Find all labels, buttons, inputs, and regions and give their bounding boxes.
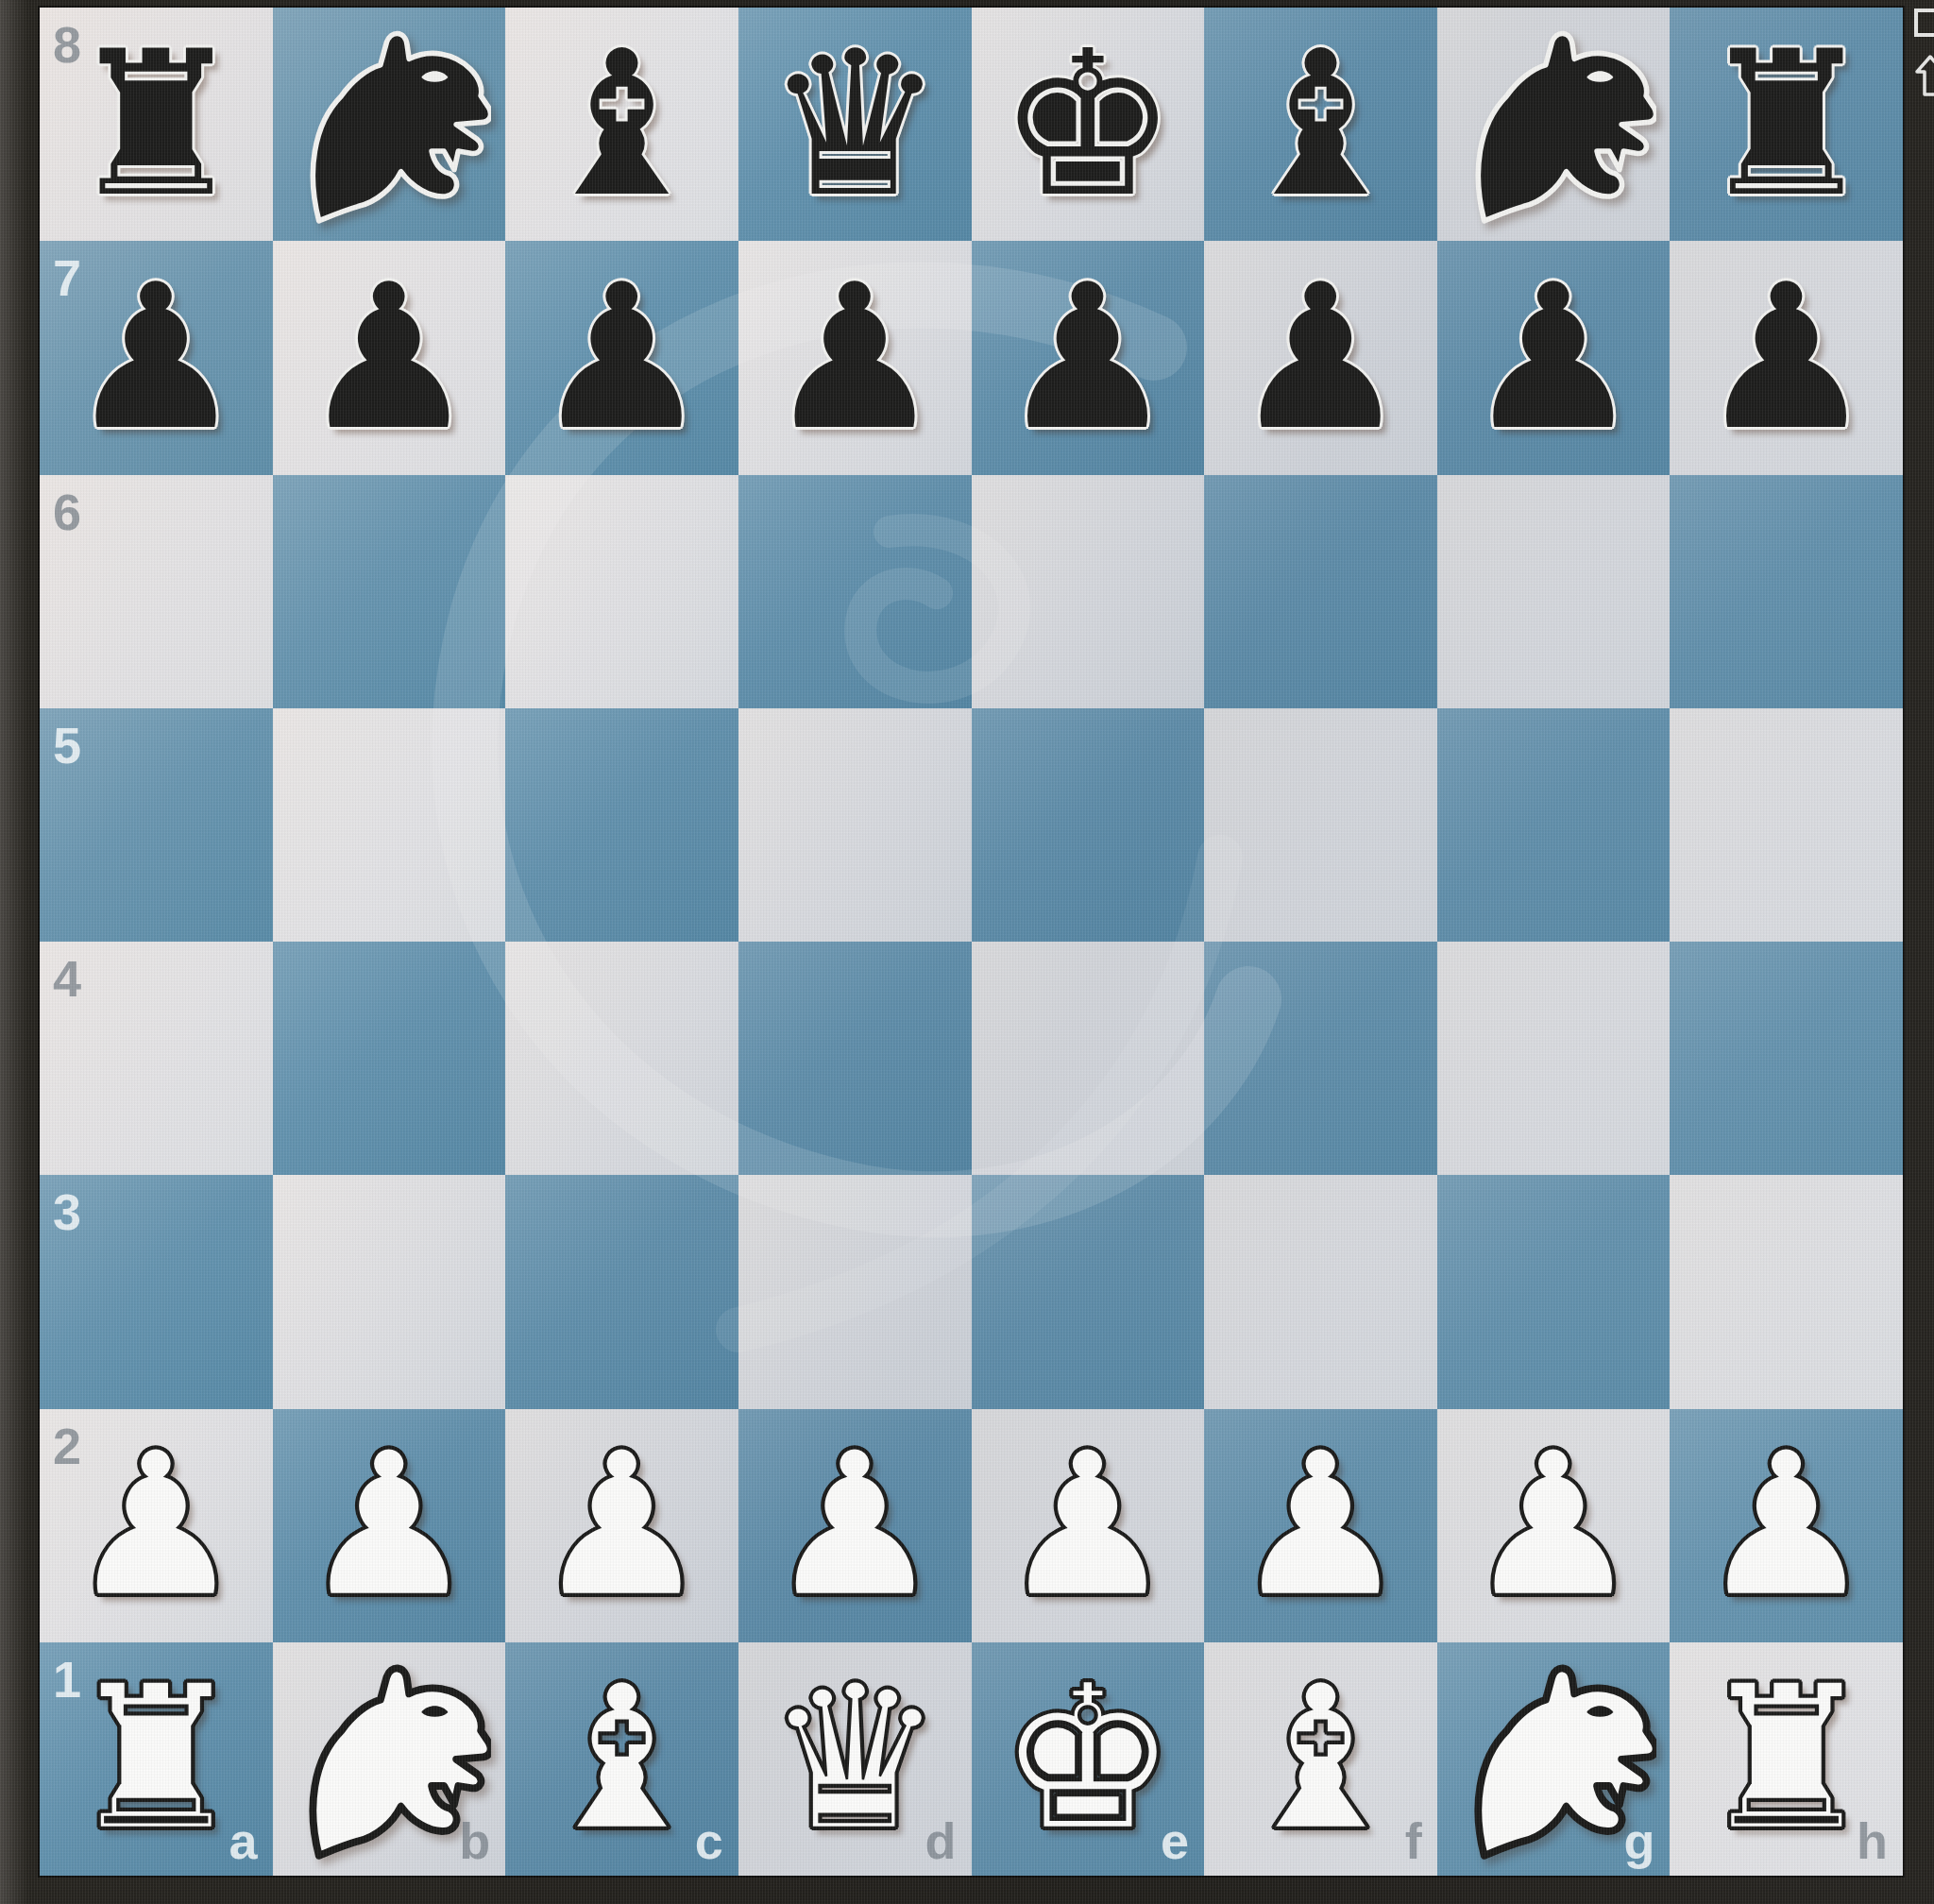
piece-black-pawn-e7[interactable]: ♟	[998, 258, 1178, 458]
square-e8[interactable]: ♚	[972, 8, 1205, 241]
square-d4[interactable]	[738, 942, 972, 1175]
piece-white-knight-b1[interactable]	[286, 1657, 491, 1862]
rank-label-5: 5	[53, 716, 81, 774]
square-c8[interactable]: ♝	[505, 8, 738, 241]
square-h4[interactable]	[1670, 942, 1903, 1175]
square-f2[interactable]: ♟	[1204, 1409, 1437, 1642]
square-b5[interactable]	[273, 708, 506, 942]
square-h8[interactable]: ♜	[1670, 8, 1903, 241]
square-h3[interactable]	[1670, 1175, 1903, 1408]
square-f1[interactable]: f♝	[1204, 1642, 1437, 1876]
piece-black-king-e8[interactable]: ♚	[998, 25, 1178, 225]
piece-white-pawn-f2[interactable]: ♟	[1230, 1425, 1410, 1625]
square-e1[interactable]: e♚	[972, 1642, 1205, 1876]
piece-white-rook-h1[interactable]: ♜	[1697, 1658, 1876, 1859]
square-h6[interactable]	[1670, 475, 1903, 708]
square-e5[interactable]	[972, 708, 1205, 942]
square-a7[interactable]: 7♟	[40, 241, 273, 474]
square-g6[interactable]	[1437, 475, 1671, 708]
square-c1[interactable]: c♝	[505, 1642, 738, 1876]
square-c7[interactable]: ♟	[505, 241, 738, 474]
piece-white-king-e1[interactable]: ♚	[998, 1658, 1178, 1859]
square-c2[interactable]: ♟	[505, 1409, 738, 1642]
square-f6[interactable]	[1204, 475, 1437, 708]
square-a4[interactable]: 4	[40, 942, 273, 1175]
square-a6[interactable]: 6	[40, 475, 273, 708]
square-h7[interactable]: ♟	[1670, 241, 1903, 474]
square-e6[interactable]	[972, 475, 1205, 708]
square-d3[interactable]	[738, 1175, 972, 1408]
square-d6[interactable]	[738, 475, 972, 708]
square-a1[interactable]: 1a♜	[40, 1642, 273, 1876]
piece-black-pawn-a7[interactable]: ♟	[66, 258, 246, 458]
rank-label-6: 6	[53, 483, 81, 541]
piece-black-pawn-b7[interactable]: ♟	[299, 258, 479, 458]
square-g5[interactable]	[1437, 708, 1671, 942]
square-d5[interactable]	[738, 708, 972, 942]
square-b7[interactable]: ♟	[273, 241, 506, 474]
square-a5[interactable]: 5	[40, 708, 273, 942]
square-g4[interactable]	[1437, 942, 1671, 1175]
piece-white-rook-a1[interactable]: ♜	[66, 1658, 246, 1859]
square-g2[interactable]: ♟	[1437, 1409, 1671, 1642]
piece-black-bishop-f8[interactable]: ♝	[1230, 25, 1410, 225]
square-c4[interactable]	[505, 942, 738, 1175]
square-g1[interactable]: g	[1437, 1642, 1671, 1876]
rank-label-3: 3	[53, 1182, 81, 1241]
square-f7[interactable]: ♟	[1204, 241, 1437, 474]
piece-black-knight-g8[interactable]	[1451, 22, 1656, 228]
chess-board: 8♜♝♛♚♝♜7♟♟♟♟♟♟♟♟65432♟♟♟♟♟♟♟♟1a♜bc♝d♛e♚f…	[40, 8, 1903, 1876]
bezel-toolbar	[1902, 0, 1934, 151]
square-g3[interactable]	[1437, 1175, 1671, 1408]
piece-white-bishop-f1[interactable]: ♝	[1230, 1658, 1410, 1859]
piece-black-knight-b8[interactable]	[286, 22, 491, 228]
rank-label-4: 4	[53, 949, 81, 1008]
square-g7[interactable]: ♟	[1437, 241, 1671, 474]
piece-black-rook-a8[interactable]: ♜	[66, 25, 246, 225]
square-b1[interactable]: b	[273, 1642, 506, 1876]
piece-white-queen-d1[interactable]: ♛	[765, 1658, 944, 1859]
square-a2[interactable]: 2♟	[40, 1409, 273, 1642]
square-a3[interactable]: 3	[40, 1175, 273, 1408]
piece-black-pawn-f7[interactable]: ♟	[1230, 258, 1410, 458]
square-f8[interactable]: ♝	[1204, 8, 1437, 241]
square-f3[interactable]	[1204, 1175, 1437, 1408]
screen: { "game": "chess", "position": { "fen": …	[0, 0, 1934, 1904]
square-b8[interactable]	[273, 8, 506, 241]
square-g8[interactable]	[1437, 8, 1671, 241]
piece-white-pawn-h2[interactable]: ♟	[1697, 1425, 1876, 1625]
square-c3[interactable]	[505, 1175, 738, 1408]
piece-white-pawn-e2[interactable]: ♟	[998, 1425, 1178, 1625]
board-outline-icon[interactable]	[1913, 8, 1934, 40]
square-d2[interactable]: ♟	[738, 1409, 972, 1642]
piece-black-queen-d8[interactable]: ♛	[765, 25, 944, 225]
square-a8[interactable]: 8♜	[40, 8, 273, 241]
square-b2[interactable]: ♟	[273, 1409, 506, 1642]
square-f4[interactable]	[1204, 942, 1437, 1175]
square-d7[interactable]: ♟	[738, 241, 972, 474]
piece-black-pawn-g7[interactable]: ♟	[1464, 258, 1643, 458]
piece-black-pawn-d7[interactable]: ♟	[765, 258, 944, 458]
square-e4[interactable]	[972, 942, 1205, 1175]
square-e7[interactable]: ♟	[972, 241, 1205, 474]
square-c6[interactable]	[505, 475, 738, 708]
piece-white-pawn-a2[interactable]: ♟	[66, 1425, 246, 1625]
piece-black-rook-h8[interactable]: ♜	[1697, 25, 1876, 225]
arrow-up-icon[interactable]	[1913, 53, 1934, 98]
square-b4[interactable]	[273, 942, 506, 1175]
piece-white-pawn-b2[interactable]: ♟	[299, 1425, 479, 1625]
piece-black-bishop-c8[interactable]: ♝	[533, 25, 712, 225]
piece-black-pawn-h7[interactable]: ♟	[1697, 258, 1876, 458]
piece-white-pawn-d2[interactable]: ♟	[765, 1425, 944, 1625]
piece-black-pawn-c7[interactable]: ♟	[533, 258, 712, 458]
square-h2[interactable]: ♟	[1670, 1409, 1903, 1642]
square-e3[interactable]	[972, 1175, 1205, 1408]
square-h1[interactable]: h♜	[1670, 1642, 1903, 1876]
square-c5[interactable]	[505, 708, 738, 942]
piece-white-pawn-c2[interactable]: ♟	[533, 1425, 712, 1625]
square-f5[interactable]	[1204, 708, 1437, 942]
square-b6[interactable]	[273, 475, 506, 708]
piece-white-bishop-c1[interactable]: ♝	[533, 1658, 712, 1859]
square-b3[interactable]	[273, 1175, 506, 1408]
piece-white-pawn-g2[interactable]: ♟	[1464, 1425, 1643, 1625]
piece-white-knight-g1[interactable]	[1451, 1657, 1656, 1862]
square-d1[interactable]: d♛	[738, 1642, 972, 1876]
square-h5[interactable]	[1670, 708, 1903, 942]
square-d8[interactable]: ♛	[738, 8, 972, 241]
square-e2[interactable]: ♟	[972, 1409, 1205, 1642]
